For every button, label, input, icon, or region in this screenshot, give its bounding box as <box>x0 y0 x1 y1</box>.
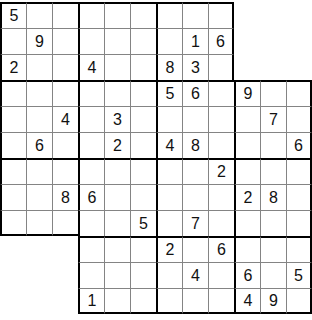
empty-cell-r4c4[interactable] <box>78 80 104 106</box>
given-digit-r2c2: 9 <box>26 28 52 54</box>
empty-cell-r12c8[interactable] <box>182 288 208 314</box>
empty-cell-r9c1[interactable] <box>0 210 26 236</box>
given-digit-r8c11: 8 <box>260 184 286 210</box>
empty-cell-r2c6[interactable] <box>130 28 156 54</box>
empty-cell-r3c2[interactable] <box>26 54 52 80</box>
empty-cell-r7c2[interactable] <box>26 158 52 184</box>
given-digit-r10c7: 2 <box>156 236 182 262</box>
empty-cell-r7c3[interactable] <box>52 158 78 184</box>
empty-cell-r1c4[interactable] <box>78 2 104 28</box>
empty-cell-r4c3[interactable] <box>52 80 78 106</box>
given-digit-r3c1: 2 <box>0 54 26 80</box>
empty-cell-r6c11[interactable] <box>260 132 286 158</box>
given-digit-r4c10: 9 <box>234 80 260 106</box>
empty-cell-r2c1[interactable] <box>0 28 26 54</box>
empty-cell-r8c6[interactable] <box>130 184 156 210</box>
empty-cell-r9c5[interactable] <box>104 210 130 236</box>
empty-cell-r2c3[interactable] <box>52 28 78 54</box>
empty-cell-r7c1[interactable] <box>0 158 26 184</box>
empty-cell-r7c8[interactable] <box>182 158 208 184</box>
given-digit-r9c8: 7 <box>182 210 208 236</box>
empty-cell-r5c7[interactable] <box>156 106 182 132</box>
empty-cell-r6c6[interactable] <box>130 132 156 158</box>
empty-cell-r5c10[interactable] <box>234 106 260 132</box>
empty-cell-r5c9[interactable] <box>208 106 234 132</box>
cell-r12c3 <box>52 288 78 314</box>
empty-cell-r11c5[interactable] <box>104 262 130 288</box>
given-digit-r2c8: 1 <box>182 28 208 54</box>
given-digit-r5c3: 4 <box>52 106 78 132</box>
empty-cell-r12c7[interactable] <box>156 288 182 314</box>
empty-cell-r2c5[interactable] <box>104 28 130 54</box>
empty-cell-r5c6[interactable] <box>130 106 156 132</box>
empty-cell-r3c3[interactable] <box>52 54 78 80</box>
empty-cell-r9c9[interactable] <box>208 210 234 236</box>
empty-cell-r9c4[interactable] <box>78 210 104 236</box>
given-digit-r5c5: 3 <box>104 106 130 132</box>
empty-cell-r6c9[interactable] <box>208 132 234 158</box>
given-digit-r6c8: 8 <box>182 132 208 158</box>
empty-cell-r9c7[interactable] <box>156 210 182 236</box>
empty-cell-r7c10[interactable] <box>234 158 260 184</box>
empty-cell-r7c4[interactable] <box>78 158 104 184</box>
given-digit-r3c7: 8 <box>156 54 182 80</box>
empty-cell-r10c5[interactable] <box>104 236 130 262</box>
empty-cell-r12c12[interactable] <box>286 288 312 314</box>
empty-cell-r4c11[interactable] <box>260 80 286 106</box>
given-digit-r3c8: 3 <box>182 54 208 80</box>
empty-cell-r10c10[interactable] <box>234 236 260 262</box>
empty-cell-r4c2[interactable] <box>26 80 52 106</box>
cell-r10c3 <box>52 236 78 262</box>
empty-cell-r6c1[interactable] <box>0 132 26 158</box>
given-digit-r8c4: 6 <box>78 184 104 210</box>
empty-cell-r12c6[interactable] <box>130 288 156 314</box>
empty-cell-r3c6[interactable] <box>130 54 156 80</box>
cell-r12c1 <box>0 288 26 314</box>
given-digit-r12c11: 9 <box>260 288 286 314</box>
cell-r1c10 <box>234 2 260 28</box>
given-digit-r8c3: 8 <box>52 184 78 210</box>
empty-cell-r5c2[interactable] <box>26 106 52 132</box>
given-digit-r12c4: 1 <box>78 288 104 314</box>
empty-cell-r12c5[interactable] <box>104 288 130 314</box>
cell-r11c2 <box>26 262 52 288</box>
empty-cell-r8c12[interactable] <box>286 184 312 210</box>
given-digit-r2c9: 6 <box>208 28 234 54</box>
empty-cell-r11c7[interactable] <box>156 262 182 288</box>
empty-cell-r4c1[interactable] <box>0 80 26 106</box>
empty-cell-r3c5[interactable] <box>104 54 130 80</box>
empty-cell-r1c6[interactable] <box>130 2 156 28</box>
empty-cell-r8c1[interactable] <box>0 184 26 210</box>
given-digit-r12c10: 4 <box>234 288 260 314</box>
cell-r3c12 <box>286 54 312 80</box>
empty-cell-r10c6[interactable] <box>130 236 156 262</box>
empty-cell-r5c1[interactable] <box>0 106 26 132</box>
given-digit-r4c7: 5 <box>156 80 182 106</box>
empty-cell-r4c5[interactable] <box>104 80 130 106</box>
empty-cell-r4c6[interactable] <box>130 80 156 106</box>
empty-cell-r5c8[interactable] <box>182 106 208 132</box>
given-digit-r9c6: 5 <box>130 210 156 236</box>
empty-cell-r1c8[interactable] <box>182 2 208 28</box>
page-background: { "game": "overlapping-sudoku (gattai-2 … <box>0 0 312 320</box>
empty-cell-r4c9[interactable] <box>208 80 234 106</box>
given-digit-r6c7: 4 <box>156 132 182 158</box>
empty-cell-r9c3[interactable] <box>52 210 78 236</box>
given-digit-r11c12: 5 <box>286 262 312 288</box>
empty-cell-r10c11[interactable] <box>260 236 286 262</box>
empty-cell-r11c11[interactable] <box>260 262 286 288</box>
cell-r3c11 <box>260 54 286 80</box>
cell-r10c2 <box>26 236 52 262</box>
sudoku-board: 5916248356943762486286285726465149 <box>0 2 312 314</box>
empty-cell-r12c9[interactable] <box>208 288 234 314</box>
given-digit-r5c11: 7 <box>260 106 286 132</box>
empty-cell-r1c9[interactable] <box>208 2 234 28</box>
cell-r10c1 <box>0 236 26 262</box>
empty-cell-r4c12[interactable] <box>286 80 312 106</box>
given-digit-r3c4: 4 <box>78 54 104 80</box>
empty-cell-r5c4[interactable] <box>78 106 104 132</box>
given-digit-r6c2: 6 <box>26 132 52 158</box>
empty-cell-r6c3[interactable] <box>52 132 78 158</box>
empty-cell-r11c9[interactable] <box>208 262 234 288</box>
cell-r1c12 <box>286 2 312 28</box>
empty-cell-r9c11[interactable] <box>260 210 286 236</box>
empty-cell-r2c4[interactable] <box>78 28 104 54</box>
given-digit-r11c10: 6 <box>234 262 260 288</box>
empty-cell-r11c4[interactable] <box>78 262 104 288</box>
empty-cell-r8c7[interactable] <box>156 184 182 210</box>
empty-cell-r6c4[interactable] <box>78 132 104 158</box>
given-digit-r7c9: 2 <box>208 158 234 184</box>
empty-cell-r8c2[interactable] <box>26 184 52 210</box>
empty-cell-r9c2[interactable] <box>26 210 52 236</box>
empty-cell-r6c10[interactable] <box>234 132 260 158</box>
empty-cell-r8c8[interactable] <box>182 184 208 210</box>
given-digit-r4c8: 6 <box>182 80 208 106</box>
given-digit-r8c10: 2 <box>234 184 260 210</box>
cell-r2c11 <box>260 28 286 54</box>
empty-cell-r7c6[interactable] <box>130 158 156 184</box>
given-digit-r10c9: 6 <box>208 236 234 262</box>
given-digit-r6c12: 6 <box>286 132 312 158</box>
cell-r2c12 <box>286 28 312 54</box>
given-digit-r1c1: 5 <box>0 2 26 28</box>
empty-cell-r5c12[interactable] <box>286 106 312 132</box>
empty-cell-r7c12[interactable] <box>286 158 312 184</box>
empty-cell-r7c7[interactable] <box>156 158 182 184</box>
given-digit-r6c5: 2 <box>104 132 130 158</box>
empty-cell-r9c12[interactable] <box>286 210 312 236</box>
cell-r11c3 <box>52 262 78 288</box>
cell-r12c2 <box>26 288 52 314</box>
cell-r3c10 <box>234 54 260 80</box>
cell-r1c11 <box>260 2 286 28</box>
empty-cell-r8c5[interactable] <box>104 184 130 210</box>
empty-cell-r1c5[interactable] <box>104 2 130 28</box>
empty-cell-r10c12[interactable] <box>286 236 312 262</box>
empty-cell-r1c7[interactable] <box>156 2 182 28</box>
empty-cell-r10c8[interactable] <box>182 236 208 262</box>
empty-cell-r3c9[interactable] <box>208 54 234 80</box>
given-digit-r11c8: 4 <box>182 262 208 288</box>
empty-cell-r1c3[interactable] <box>52 2 78 28</box>
cell-r2c10 <box>234 28 260 54</box>
empty-cell-r1c2[interactable] <box>26 2 52 28</box>
empty-cell-r7c5[interactable] <box>104 158 130 184</box>
empty-cell-r9c10[interactable] <box>234 210 260 236</box>
empty-cell-r2c7[interactable] <box>156 28 182 54</box>
empty-cell-r11c6[interactable] <box>130 262 156 288</box>
cell-r11c1 <box>0 262 26 288</box>
empty-cell-r7c11[interactable] <box>260 158 286 184</box>
empty-cell-r8c9[interactable] <box>208 184 234 210</box>
empty-cell-r10c4[interactable] <box>78 236 104 262</box>
